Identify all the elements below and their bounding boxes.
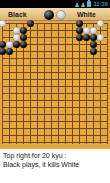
white-stone: [0, 20, 6, 27]
black-stone: [90, 34, 97, 41]
signal-icon: [81, 2, 85, 7]
clock-label: 11:36: [93, 0, 108, 8]
status-bar: 11:36: [0, 0, 110, 8]
black-stone: [13, 41, 20, 48]
black-stone: [83, 34, 90, 41]
black-stone: [76, 27, 83, 34]
problem-title: Top right for 20 kyu :: [3, 151, 107, 160]
problem-goal: Black plays, it kills White: [3, 160, 107, 169]
black-stone: [27, 20, 34, 27]
black-stone: [20, 34, 27, 41]
white-stone: [97, 20, 104, 27]
white-stone: [13, 34, 20, 41]
black-capture-stone-icon: [44, 10, 54, 20]
app-screen: 11:36 Black White ⋮ Top right for 20 kyu…: [0, 0, 110, 183]
black-stone: [76, 20, 83, 27]
black-player-label: Black: [8, 11, 27, 18]
go-board-grid[interactable]: [2, 23, 108, 144]
white-player-label: White: [77, 11, 96, 18]
player-header: Black White ⋮: [0, 8, 110, 21]
white-stone: [97, 34, 104, 41]
white-stone: [83, 27, 90, 34]
wifi-icon: [75, 2, 79, 7]
black-stone: [76, 34, 83, 41]
white-stone: [6, 41, 13, 48]
overflow-menu-icon[interactable]: ⋮: [101, 10, 109, 19]
black-stone: [20, 41, 27, 48]
black-stone: [90, 48, 97, 55]
black-stone: [6, 48, 13, 55]
white-stone: [90, 27, 97, 34]
black-stone: [20, 27, 27, 34]
white-stone: [13, 27, 20, 34]
white-capture-stone-icon: [56, 10, 66, 20]
problem-caption: Top right for 20 kyu : Black plays, it k…: [0, 149, 110, 183]
battery-icon: [87, 1, 91, 7]
black-stone: [90, 41, 97, 48]
go-board[interactable]: [0, 21, 110, 149]
